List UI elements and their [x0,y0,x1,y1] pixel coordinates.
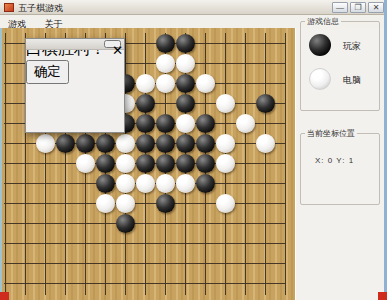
black-stone [56,134,75,153]
black-stone [136,154,155,173]
black-stone [176,94,195,113]
white-stone [156,174,175,193]
title-bar: 五子棋游戏 — ❐ ✕ [0,0,387,15]
white-stone [216,194,235,213]
white-stone [76,154,95,173]
black-stone [156,194,175,213]
white-stone [176,54,195,73]
grid-line [4,203,285,204]
window-controls: — ❐ ✕ [332,2,384,13]
game-info-groupbox: 游戏信息 玩家 电脑 [300,21,380,111]
win-dialog: ✕ 白棋胜利！ 确定 [25,38,125,133]
close-button[interactable]: ✕ [368,2,384,13]
window-title: 五子棋游戏 [18,2,63,15]
black-stone [256,94,275,113]
black-stone [176,134,195,153]
dialog-close-button[interactable]: ✕ [104,40,121,48]
white-stone [256,134,275,153]
black-stone [196,174,215,193]
corner-marker-bottom-right [378,292,387,300]
white-stone [176,174,195,193]
white-stone [36,134,55,153]
player-label: 玩家 [343,40,361,53]
coordinate-value: X: 0 Y: 1 [315,156,354,165]
computer-label: 电脑 [343,74,361,87]
grid-line [4,243,285,244]
black-stone [156,34,175,53]
app-icon [4,3,14,12]
black-stone [196,154,215,173]
coordinate-groupbox: 当前坐标位置 X: 0 Y: 1 [300,133,380,205]
grid-line [4,223,285,224]
grid-line [5,33,6,295]
maximize-button[interactable]: ❐ [350,2,366,13]
white-stone [216,134,235,153]
black-stone [96,134,115,153]
black-stone [156,134,175,153]
white-stone [156,74,175,93]
grid-line [4,283,285,284]
white-stone [196,74,215,93]
black-stone [196,114,215,133]
white-stone [136,74,155,93]
game-info-title: 游戏信息 [305,16,341,27]
black-stone-icon [309,34,331,56]
white-stone [116,154,135,173]
black-stone [76,134,95,153]
white-stone [236,114,255,133]
white-stone [176,114,195,133]
white-stone [116,194,135,213]
black-stone [156,114,175,133]
grid-line [285,33,286,295]
black-stone [156,154,175,173]
black-stone [176,154,195,173]
corner-marker-bottom-left [0,292,9,300]
app-window: 五子棋游戏 — ❐ ✕ 游戏 关于 游戏信息 玩家 电脑 当前坐标位置 X: 0… [0,0,387,300]
white-stone [116,174,135,193]
minimize-button[interactable]: — [332,2,348,13]
grid-line [265,33,266,295]
black-stone [96,154,115,173]
grid-line [4,263,285,264]
window-left-border [0,28,2,300]
black-stone [136,114,155,133]
black-stone [136,94,155,113]
white-stone-icon [309,68,331,90]
white-stone [96,194,115,213]
black-stone [196,134,215,153]
coordinate-title: 当前坐标位置 [305,128,357,139]
grid-line [245,33,246,295]
white-stone [216,94,235,113]
white-stone [116,134,135,153]
black-stone [96,174,115,193]
white-stone [216,154,235,173]
black-stone [136,134,155,153]
info-panel: 游戏信息 玩家 电脑 当前坐标位置 X: 0 Y: 1 [295,28,384,300]
dialog-ok-button[interactable]: 确定 [26,60,69,84]
black-stone [176,34,195,53]
black-stone [116,214,135,233]
white-stone [156,54,175,73]
white-stone [136,174,155,193]
black-stone [176,74,195,93]
